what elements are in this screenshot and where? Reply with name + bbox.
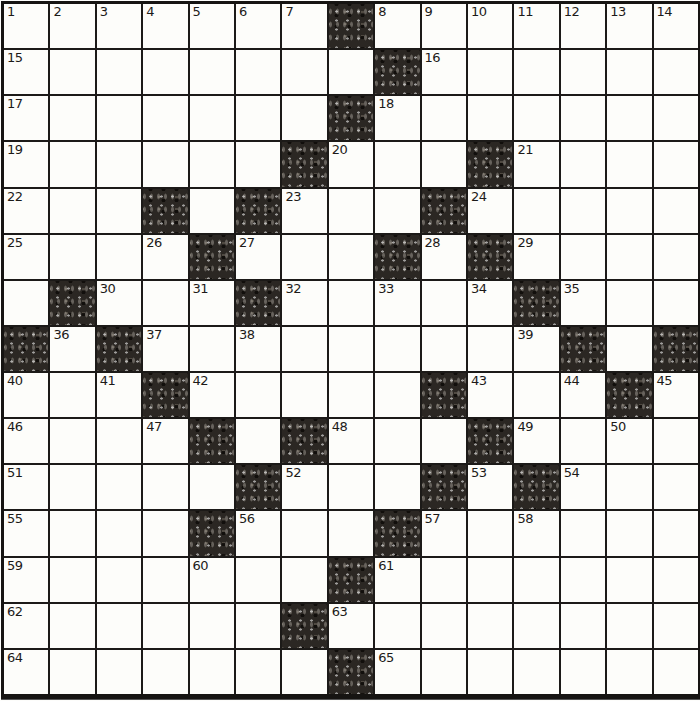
cell-r12c7[interactable] [282, 511, 326, 555]
cell-r4c9[interactable] [375, 142, 419, 186]
cell-r13c6[interactable] [236, 558, 280, 602]
cell-r4c2[interactable] [50, 142, 94, 186]
cell-r1c15[interactable]: 14 [654, 4, 698, 48]
cell-r11c3[interactable] [97, 465, 141, 509]
cell-r13c4[interactable] [143, 558, 187, 602]
cell-r9c13[interactable]: 44 [561, 373, 605, 417]
block-cell-r6c5 [190, 235, 234, 279]
cell-r9c11[interactable]: 43 [468, 373, 512, 417]
clue-number: 39 [517, 328, 533, 342]
cell-r6c14[interactable] [607, 235, 651, 279]
block-cell-r5c10 [422, 189, 466, 233]
clue-number: 57 [425, 512, 441, 526]
cell-r5c9[interactable] [375, 189, 419, 233]
cell-r15c2[interactable] [50, 650, 94, 694]
clue-number: 45 [657, 374, 673, 388]
cell-r1c4[interactable]: 4 [143, 4, 187, 48]
clue-number: 44 [564, 374, 580, 388]
clue-number: 16 [425, 51, 441, 65]
clue-number: 60 [193, 559, 209, 573]
clue-number: 53 [471, 466, 487, 480]
cell-r11c5[interactable] [190, 465, 234, 509]
cell-r12c12[interactable]: 58 [514, 511, 558, 555]
clue-number: 14 [657, 5, 673, 19]
clue-number: 59 [7, 559, 23, 573]
clue-number: 22 [7, 190, 23, 204]
clue-number: 64 [7, 651, 23, 665]
cell-r15c10[interactable] [422, 650, 466, 694]
cell-r14c8[interactable]: 63 [329, 604, 373, 648]
cell-r5c11[interactable]: 24 [468, 189, 512, 233]
cell-r9c1[interactable]: 40 [4, 373, 48, 417]
block-cell-r9c4 [143, 373, 187, 417]
cell-r11c15[interactable] [654, 465, 698, 509]
clue-number: 33 [378, 282, 394, 296]
block-cell-r12c5 [190, 511, 234, 555]
cell-r15c12[interactable] [514, 650, 558, 694]
block-cell-r3c8 [329, 96, 373, 140]
cell-r5c12[interactable] [514, 189, 558, 233]
cell-r3c6[interactable] [236, 96, 280, 140]
cell-r7c14[interactable] [607, 281, 651, 325]
block-cell-r8c13 [561, 327, 605, 371]
clue-number: 13 [610, 5, 626, 19]
cell-r5c8[interactable] [329, 189, 373, 233]
cell-r8c6[interactable]: 38 [236, 327, 280, 371]
cell-r8c11[interactable] [468, 327, 512, 371]
clue-number: 17 [7, 97, 23, 111]
cell-r3c14[interactable] [607, 96, 651, 140]
clue-number: 54 [564, 466, 580, 480]
cell-r7c13[interactable]: 35 [561, 281, 605, 325]
cell-r14c4[interactable] [143, 604, 187, 648]
cell-r12c4[interactable] [143, 511, 187, 555]
cell-r4c6[interactable] [236, 142, 280, 186]
cell-r2c6[interactable] [236, 50, 280, 94]
cell-r6c13[interactable] [561, 235, 605, 279]
cell-r6c7[interactable] [282, 235, 326, 279]
cell-r1c7[interactable]: 7 [282, 4, 326, 48]
cell-r2c11[interactable] [468, 50, 512, 94]
clue-number: 20 [332, 143, 348, 157]
clue-number: 7 [285, 5, 293, 19]
cell-r7c8[interactable] [329, 281, 373, 325]
cell-r15c3[interactable] [97, 650, 141, 694]
cell-r7c9[interactable]: 33 [375, 281, 419, 325]
clue-number: 31 [193, 282, 209, 296]
cell-r2c2[interactable] [50, 50, 94, 94]
cell-r14c10[interactable] [422, 604, 466, 648]
cell-r7c11[interactable]: 34 [468, 281, 512, 325]
cell-r3c9[interactable]: 18 [375, 96, 419, 140]
cell-r3c7[interactable] [282, 96, 326, 140]
clue-number: 27 [239, 236, 255, 250]
clue-number: 62 [7, 605, 23, 619]
cell-r14c3[interactable] [97, 604, 141, 648]
cell-r10c1[interactable]: 46 [4, 419, 48, 463]
block-cell-r6c9 [375, 235, 419, 279]
cell-r2c13[interactable] [561, 50, 605, 94]
cell-r15c1[interactable]: 64 [4, 650, 48, 694]
cell-r15c13[interactable] [561, 650, 605, 694]
cell-r11c13[interactable]: 54 [561, 465, 605, 509]
block-cell-r8c3 [97, 327, 141, 371]
cell-r12c1[interactable]: 55 [4, 511, 48, 555]
cell-r14c1[interactable]: 62 [4, 604, 48, 648]
cell-r7c1[interactable] [4, 281, 48, 325]
clue-number: 50 [610, 420, 626, 434]
clue-number: 41 [100, 374, 116, 388]
cell-r10c8[interactable]: 48 [329, 419, 373, 463]
cell-r2c3[interactable] [97, 50, 141, 94]
cell-r9c9[interactable] [375, 373, 419, 417]
clue-number: 37 [146, 328, 162, 342]
cell-r9c15[interactable]: 45 [654, 373, 698, 417]
clue-number: 3 [100, 5, 108, 19]
cell-r3c11[interactable] [468, 96, 512, 140]
clue-number: 65 [378, 651, 394, 665]
cell-r4c4[interactable] [143, 142, 187, 186]
clue-number: 11 [517, 5, 533, 19]
clue-number: 26 [146, 236, 162, 250]
clue-number: 61 [378, 559, 394, 573]
cell-r10c13[interactable] [561, 419, 605, 463]
cell-r9c12[interactable] [514, 373, 558, 417]
cell-r13c9[interactable]: 61 [375, 558, 419, 602]
cell-r6c2[interactable] [50, 235, 94, 279]
cell-r11c7[interactable]: 52 [282, 465, 326, 509]
cell-r2c4[interactable] [143, 50, 187, 94]
block-cell-r14c7 [282, 604, 326, 648]
clue-number: 4 [146, 5, 154, 19]
clue-number: 43 [471, 374, 487, 388]
cell-r3c15[interactable] [654, 96, 698, 140]
cell-r11c1[interactable]: 51 [4, 465, 48, 509]
clue-number: 46 [7, 420, 23, 434]
cell-r2c14[interactable] [607, 50, 651, 94]
cell-r3c4[interactable] [143, 96, 187, 140]
cell-r4c3[interactable] [97, 142, 141, 186]
cell-r13c13[interactable] [561, 558, 605, 602]
cell-r15c4[interactable] [143, 650, 187, 694]
clue-number: 23 [285, 190, 301, 204]
cell-r5c14[interactable] [607, 189, 651, 233]
block-cell-r11c6 [236, 465, 280, 509]
cell-r13c12[interactable] [514, 558, 558, 602]
cell-r11c2[interactable] [50, 465, 94, 509]
block-cell-r10c7 [282, 419, 326, 463]
cell-r1c5[interactable]: 5 [190, 4, 234, 48]
cell-r8c9[interactable] [375, 327, 419, 371]
cell-r4c12[interactable]: 21 [514, 142, 558, 186]
cell-r13c5[interactable]: 60 [190, 558, 234, 602]
cell-r4c13[interactable] [561, 142, 605, 186]
cell-r15c9[interactable]: 65 [375, 650, 419, 694]
cell-r3c1[interactable]: 17 [4, 96, 48, 140]
cell-r4c8[interactable]: 20 [329, 142, 373, 186]
cell-r1c3[interactable]: 3 [97, 4, 141, 48]
cell-r15c15[interactable] [654, 650, 698, 694]
clue-number: 55 [7, 512, 23, 526]
cell-r5c5[interactable] [190, 189, 234, 233]
cell-r4c1[interactable]: 19 [4, 142, 48, 186]
block-cell-r11c10 [422, 465, 466, 509]
cell-r7c10[interactable] [422, 281, 466, 325]
cell-r8c14[interactable] [607, 327, 651, 371]
clue-number: 47 [146, 420, 162, 434]
cell-r12c3[interactable] [97, 511, 141, 555]
block-cell-r10c5 [190, 419, 234, 463]
cell-r4c15[interactable] [654, 142, 698, 186]
cell-r4c5[interactable] [190, 142, 234, 186]
cell-r1c11[interactable]: 10 [468, 4, 512, 48]
clue-number: 10 [471, 5, 487, 19]
cell-r2c5[interactable] [190, 50, 234, 94]
cell-r3c2[interactable] [50, 96, 94, 140]
cell-r13c14[interactable] [607, 558, 651, 602]
cell-r9c5[interactable]: 42 [190, 373, 234, 417]
cell-r5c15[interactable] [654, 189, 698, 233]
block-cell-r10c11 [468, 419, 512, 463]
block-cell-r9c14 [607, 373, 651, 417]
cell-r5c2[interactable] [50, 189, 94, 233]
cell-r15c5[interactable] [190, 650, 234, 694]
block-cell-r12c9 [375, 511, 419, 555]
cell-r10c12[interactable]: 49 [514, 419, 558, 463]
cell-r14c2[interactable] [50, 604, 94, 648]
cell-r2c10[interactable]: 16 [422, 50, 466, 94]
cell-r4c10[interactable] [422, 142, 466, 186]
cell-r6c10[interactable]: 28 [422, 235, 466, 279]
cell-r13c3[interactable] [97, 558, 141, 602]
cell-r3c12[interactable] [514, 96, 558, 140]
clue-number: 21 [517, 143, 533, 157]
cell-r9c8[interactable] [329, 373, 373, 417]
cell-r2c1[interactable]: 15 [4, 50, 48, 94]
clue-number: 1 [7, 5, 15, 19]
clue-number: 51 [7, 466, 23, 480]
scanned-page: 1234567891011121314151617181920212223242… [0, 0, 700, 701]
cell-r1c6[interactable]: 6 [236, 4, 280, 48]
cell-r15c14[interactable] [607, 650, 651, 694]
block-cell-r7c12 [514, 281, 558, 325]
clue-number: 25 [7, 236, 23, 250]
cell-r7c3[interactable]: 30 [97, 281, 141, 325]
cell-r10c15[interactable] [654, 419, 698, 463]
block-cell-r8c15 [654, 327, 698, 371]
cell-r14c11[interactable] [468, 604, 512, 648]
cell-r5c13[interactable] [561, 189, 605, 233]
cell-r7c15[interactable] [654, 281, 698, 325]
cell-r12c14[interactable] [607, 511, 651, 555]
block-cell-r15c8 [329, 650, 373, 694]
cell-r15c11[interactable] [468, 650, 512, 694]
cell-r13c10[interactable] [422, 558, 466, 602]
crossword-board: 1234567891011121314151617181920212223242… [1, 1, 700, 699]
cell-r12c10[interactable]: 57 [422, 511, 466, 555]
block-cell-r7c2 [50, 281, 94, 325]
cell-r11c8[interactable] [329, 465, 373, 509]
cell-r8c10[interactable] [422, 327, 466, 371]
cell-r6c1[interactable]: 25 [4, 235, 48, 279]
clue-number: 34 [471, 282, 487, 296]
cell-r4c14[interactable] [607, 142, 651, 186]
cell-r6c15[interactable] [654, 235, 698, 279]
block-cell-r13c8 [329, 558, 373, 602]
cell-r2c12[interactable] [514, 50, 558, 94]
clue-number: 48 [332, 420, 348, 434]
cell-r8c12[interactable]: 39 [514, 327, 558, 371]
clue-number: 49 [517, 420, 533, 434]
clue-number: 52 [285, 466, 301, 480]
cell-r6c8[interactable] [329, 235, 373, 279]
cell-r6c6[interactable]: 27 [236, 235, 280, 279]
clue-number: 63 [332, 605, 348, 619]
clue-number: 19 [7, 143, 23, 157]
cell-r1c13[interactable]: 12 [561, 4, 605, 48]
clue-number: 32 [285, 282, 301, 296]
block-cell-r5c4 [143, 189, 187, 233]
cell-r9c6[interactable] [236, 373, 280, 417]
clue-number: 2 [53, 5, 61, 19]
cell-r3c5[interactable] [190, 96, 234, 140]
clue-number: 56 [239, 512, 255, 526]
clue-number: 12 [564, 5, 580, 19]
cell-r7c4[interactable] [143, 281, 187, 325]
clue-number: 42 [193, 374, 209, 388]
cell-r6c4[interactable]: 26 [143, 235, 187, 279]
cell-r14c6[interactable] [236, 604, 280, 648]
cell-r8c2[interactable]: 36 [50, 327, 94, 371]
cell-r10c10[interactable] [422, 419, 466, 463]
cell-r9c7[interactable] [282, 373, 326, 417]
cell-r11c11[interactable]: 53 [468, 465, 512, 509]
block-cell-r5c6 [236, 189, 280, 233]
cell-r10c3[interactable] [97, 419, 141, 463]
cell-r1c10[interactable]: 9 [422, 4, 466, 48]
cell-r11c14[interactable] [607, 465, 651, 509]
block-cell-r8c1 [4, 327, 48, 371]
cell-r14c12[interactable] [514, 604, 558, 648]
cell-r12c2[interactable] [50, 511, 94, 555]
cell-r12c8[interactable] [329, 511, 373, 555]
cell-r3c10[interactable] [422, 96, 466, 140]
block-cell-r6c11 [468, 235, 512, 279]
block-cell-r4c7 [282, 142, 326, 186]
cell-r5c1[interactable]: 22 [4, 189, 48, 233]
cell-r9c3[interactable]: 41 [97, 373, 141, 417]
clue-number: 30 [100, 282, 116, 296]
cell-r13c11[interactable] [468, 558, 512, 602]
cell-r14c13[interactable] [561, 604, 605, 648]
cell-r8c7[interactable] [282, 327, 326, 371]
cell-r10c2[interactable] [50, 419, 94, 463]
cell-r8c5[interactable] [190, 327, 234, 371]
cell-r2c15[interactable] [654, 50, 698, 94]
cell-r6c3[interactable] [97, 235, 141, 279]
clue-number: 15 [7, 51, 23, 65]
cell-r1c14[interactable]: 13 [607, 4, 651, 48]
clue-number: 5 [193, 5, 201, 19]
cell-r13c2[interactable] [50, 558, 94, 602]
cell-r6c12[interactable]: 29 [514, 235, 558, 279]
block-cell-r1c8 [329, 4, 373, 48]
clue-number: 40 [7, 374, 23, 388]
block-cell-r4c11 [468, 142, 512, 186]
cell-r1c2[interactable]: 2 [50, 4, 94, 48]
clue-number: 24 [471, 190, 487, 204]
cell-r13c15[interactable] [654, 558, 698, 602]
cell-r12c11[interactable] [468, 511, 512, 555]
cell-r11c4[interactable] [143, 465, 187, 509]
cell-r2c8[interactable] [329, 50, 373, 94]
cell-r7c5[interactable]: 31 [190, 281, 234, 325]
clue-number: 29 [517, 236, 533, 250]
cell-r3c13[interactable] [561, 96, 605, 140]
cell-r11c9[interactable] [375, 465, 419, 509]
cell-r13c1[interactable]: 59 [4, 558, 48, 602]
block-cell-r2c9 [375, 50, 419, 94]
cell-r14c9[interactable] [375, 604, 419, 648]
cell-r14c14[interactable] [607, 604, 651, 648]
cell-r1c1[interactable]: 1 [4, 4, 48, 48]
block-cell-r11c12 [514, 465, 558, 509]
cell-r15c6[interactable] [236, 650, 280, 694]
cell-r10c6[interactable] [236, 419, 280, 463]
cell-r12c15[interactable] [654, 511, 698, 555]
clue-number: 9 [425, 5, 433, 19]
block-cell-r9c10 [422, 373, 466, 417]
cell-r12c13[interactable] [561, 511, 605, 555]
cell-r10c9[interactable] [375, 419, 419, 463]
cell-r10c4[interactable]: 47 [143, 419, 187, 463]
cell-r3c3[interactable] [97, 96, 141, 140]
cell-r8c8[interactable] [329, 327, 373, 371]
cell-r7c7[interactable]: 32 [282, 281, 326, 325]
cell-r1c12[interactable]: 11 [514, 4, 558, 48]
cell-r1c9[interactable]: 8 [375, 4, 419, 48]
cell-r5c7[interactable]: 23 [282, 189, 326, 233]
clue-number: 35 [564, 282, 580, 296]
cell-r10c14[interactable]: 50 [607, 419, 651, 463]
cell-r5c3[interactable] [97, 189, 141, 233]
cell-r14c5[interactable] [190, 604, 234, 648]
clue-number: 58 [517, 512, 533, 526]
cell-r13c7[interactable] [282, 558, 326, 602]
clue-number: 36 [53, 328, 69, 342]
clue-number: 38 [239, 328, 255, 342]
clue-number: 28 [425, 236, 441, 250]
cell-r9c2[interactable] [50, 373, 94, 417]
clue-number: 8 [378, 5, 386, 19]
cell-r12c6[interactable]: 56 [236, 511, 280, 555]
cell-r15c7[interactable] [282, 650, 326, 694]
clue-number: 6 [239, 5, 247, 19]
cell-r8c4[interactable]: 37 [143, 327, 187, 371]
cell-r2c7[interactable] [282, 50, 326, 94]
cell-r14c15[interactable] [654, 604, 698, 648]
clue-number: 18 [378, 97, 394, 111]
block-cell-r7c6 [236, 281, 280, 325]
